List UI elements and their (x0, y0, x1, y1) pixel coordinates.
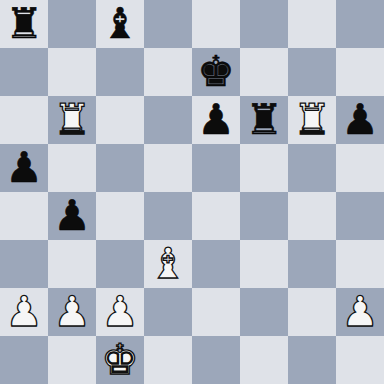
square-h5[interactable] (336, 144, 384, 192)
square-b3[interactable] (48, 240, 96, 288)
square-h4[interactable] (336, 192, 384, 240)
square-a4[interactable] (0, 192, 48, 240)
square-b1[interactable] (48, 336, 96, 384)
square-c3[interactable] (96, 240, 144, 288)
white-rook-g6: ♜ (288, 96, 336, 144)
white-pawn-h2: ♟ (336, 288, 384, 336)
square-e1[interactable] (192, 336, 240, 384)
square-a7[interactable] (0, 48, 48, 96)
square-a6[interactable] (0, 96, 48, 144)
black-pawn-b4: ♟ (48, 192, 96, 240)
square-f7[interactable] (240, 48, 288, 96)
square-a5[interactable]: ♟ (0, 144, 48, 192)
square-f5[interactable] (240, 144, 288, 192)
square-f1[interactable] (240, 336, 288, 384)
square-c1[interactable]: ♚ (96, 336, 144, 384)
square-g7[interactable] (288, 48, 336, 96)
black-pawn-a5: ♟ (0, 144, 48, 192)
square-d3[interactable]: ♝ (144, 240, 192, 288)
square-h3[interactable] (336, 240, 384, 288)
white-bishop-d3: ♝ (144, 240, 192, 288)
square-g5[interactable] (288, 144, 336, 192)
square-e6[interactable]: ♟ (192, 96, 240, 144)
square-g3[interactable] (288, 240, 336, 288)
square-b5[interactable] (48, 144, 96, 192)
square-d2[interactable] (144, 288, 192, 336)
square-a8[interactable]: ♜ (0, 0, 48, 48)
black-rook-a8: ♜ (0, 0, 48, 48)
square-e8[interactable] (192, 0, 240, 48)
square-f4[interactable] (240, 192, 288, 240)
square-c8[interactable]: ♝ (96, 0, 144, 48)
square-d7[interactable] (144, 48, 192, 96)
square-d4[interactable] (144, 192, 192, 240)
chess-board: ♜♝♚♜♟♜♜♟♟♟♝♟♟♟♟♚ (0, 0, 384, 384)
square-e2[interactable] (192, 288, 240, 336)
white-rook-b6: ♜ (48, 96, 96, 144)
square-h1[interactable] (336, 336, 384, 384)
square-d5[interactable] (144, 144, 192, 192)
square-g8[interactable] (288, 0, 336, 48)
black-king-e7: ♚ (192, 48, 240, 96)
square-a1[interactable] (0, 336, 48, 384)
square-h2[interactable]: ♟ (336, 288, 384, 336)
square-g6[interactable]: ♜ (288, 96, 336, 144)
black-pawn-e6: ♟ (192, 96, 240, 144)
black-pawn-h6: ♟ (336, 96, 384, 144)
square-g1[interactable] (288, 336, 336, 384)
square-a3[interactable] (0, 240, 48, 288)
black-bishop-c8: ♝ (96, 0, 144, 48)
white-pawn-a2: ♟ (0, 288, 48, 336)
square-b4[interactable]: ♟ (48, 192, 96, 240)
square-h6[interactable]: ♟ (336, 96, 384, 144)
square-b2[interactable]: ♟ (48, 288, 96, 336)
square-b6[interactable]: ♜ (48, 96, 96, 144)
black-rook-f6: ♜ (240, 96, 288, 144)
square-g4[interactable] (288, 192, 336, 240)
square-d6[interactable] (144, 96, 192, 144)
square-c7[interactable] (96, 48, 144, 96)
square-g2[interactable] (288, 288, 336, 336)
square-h7[interactable] (336, 48, 384, 96)
square-e4[interactable] (192, 192, 240, 240)
square-b8[interactable] (48, 0, 96, 48)
white-king-c1: ♚ (96, 336, 144, 384)
square-f8[interactable] (240, 0, 288, 48)
square-a2[interactable]: ♟ (0, 288, 48, 336)
square-f3[interactable] (240, 240, 288, 288)
white-pawn-b2: ♟ (48, 288, 96, 336)
square-d8[interactable] (144, 0, 192, 48)
white-pawn-c2: ♟ (96, 288, 144, 336)
square-h8[interactable] (336, 0, 384, 48)
square-c6[interactable] (96, 96, 144, 144)
square-c4[interactable] (96, 192, 144, 240)
square-e7[interactable]: ♚ (192, 48, 240, 96)
square-c2[interactable]: ♟ (96, 288, 144, 336)
square-c5[interactable] (96, 144, 144, 192)
square-d1[interactable] (144, 336, 192, 384)
square-b7[interactable] (48, 48, 96, 96)
square-f2[interactable] (240, 288, 288, 336)
square-f6[interactable]: ♜ (240, 96, 288, 144)
square-e3[interactable] (192, 240, 240, 288)
square-e5[interactable] (192, 144, 240, 192)
